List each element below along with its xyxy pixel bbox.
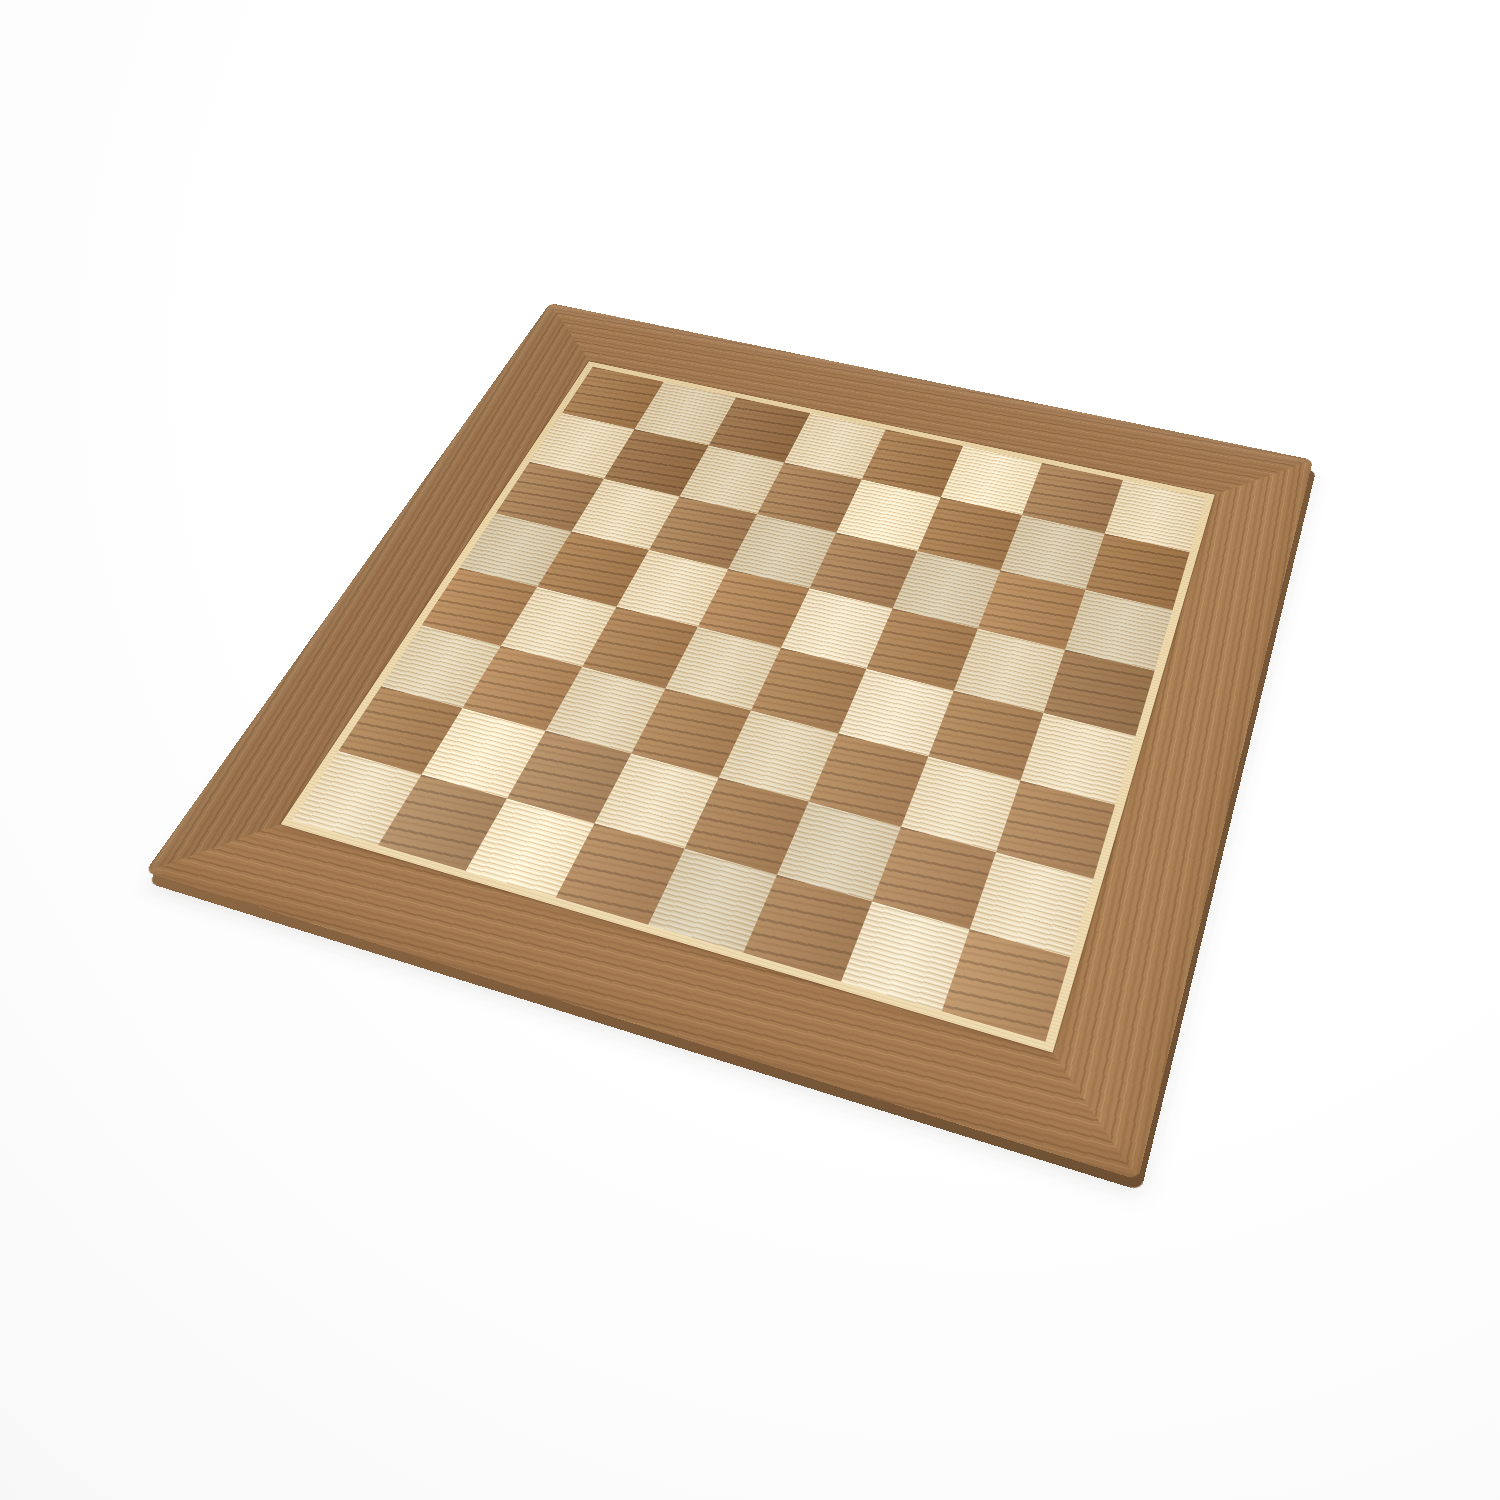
scene: [0, 0, 1500, 1500]
chessboard: [145, 303, 1313, 1180]
